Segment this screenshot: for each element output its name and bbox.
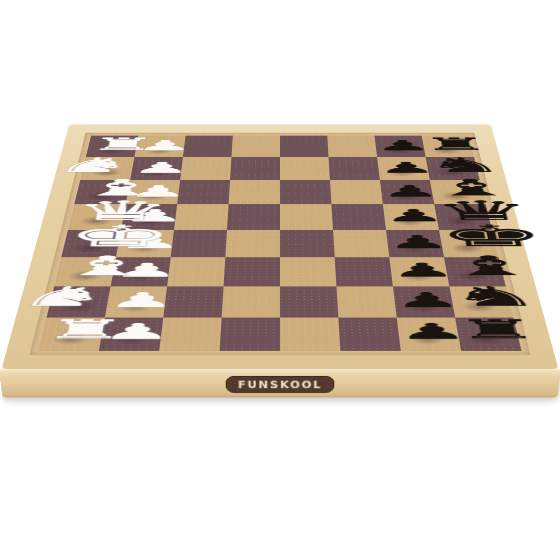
board-square[interactable] xyxy=(397,318,461,351)
board-square[interactable] xyxy=(231,136,280,158)
board-square[interactable] xyxy=(393,286,455,317)
chess-set-photo: FUNSKOOL ♜♟♟♜♞♟♟♞♝♟♟♝♛♟♟♛♚♟♟♚♝♟♟♝♞♟♟♞♜♟♟… xyxy=(0,0,560,560)
board-square[interactable] xyxy=(280,286,338,317)
board-square[interactable] xyxy=(220,318,280,351)
board-square[interactable] xyxy=(329,157,380,180)
board-square[interactable] xyxy=(222,286,280,317)
board-square[interactable] xyxy=(336,286,396,317)
board-square[interactable] xyxy=(280,257,336,286)
board-square[interactable] xyxy=(225,230,280,257)
board-square[interactable] xyxy=(280,318,340,351)
board-square[interactable] xyxy=(338,318,400,351)
board-square[interactable] xyxy=(227,204,280,230)
board-square[interactable] xyxy=(224,257,280,286)
board-square[interactable] xyxy=(449,286,513,317)
board-square[interactable] xyxy=(38,318,104,351)
board-square[interactable] xyxy=(455,318,521,351)
piece-black-pawn[interactable]: ♟ xyxy=(382,207,436,224)
board-square[interactable] xyxy=(327,136,377,158)
piece-black-pawn[interactable]: ♟ xyxy=(376,160,427,175)
board-square[interactable] xyxy=(280,180,331,204)
brand-logo: FUNSKOOL xyxy=(226,376,334,393)
frame-front-rail: FUNSKOOL xyxy=(0,369,560,397)
board-square[interactable] xyxy=(159,318,221,351)
piece-white-rook[interactable]: ♜ xyxy=(87,136,138,153)
board-square[interactable] xyxy=(230,157,280,180)
board-square[interactable] xyxy=(280,136,329,158)
piece-black-pawn[interactable]: ♟ xyxy=(379,183,432,199)
board-square[interactable] xyxy=(105,286,167,317)
chess-board: FUNSKOOL ♜♟♟♜♞♟♟♞♝♟♟♝♛♟♟♛♚♟♟♚♝♟♟♝♞♟♟♞♜♟♟… xyxy=(1,125,558,370)
board-square[interactable] xyxy=(333,230,389,257)
board-square[interactable] xyxy=(47,286,111,317)
board-square[interactable] xyxy=(280,157,330,180)
board-square[interactable] xyxy=(99,318,163,351)
piece-white-pawn[interactable]: ♟ xyxy=(131,160,182,175)
board-square[interactable] xyxy=(163,286,223,317)
piece-white-knight[interactable]: ♞ xyxy=(81,155,134,175)
board-square[interactable] xyxy=(335,257,393,286)
board-square[interactable] xyxy=(331,204,386,230)
board-square[interactable] xyxy=(280,204,333,230)
piece-black-pawn[interactable]: ♟ xyxy=(373,138,423,152)
board-square[interactable] xyxy=(229,180,280,204)
board-square[interactable] xyxy=(280,230,335,257)
board-square[interactable] xyxy=(330,180,383,204)
